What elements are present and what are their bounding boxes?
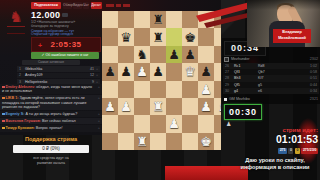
square-b8 bbox=[118, 11, 134, 28]
subscribe-button[interactable]: Подписаться bbox=[31, 2, 61, 9]
square-e5 bbox=[166, 63, 182, 80]
top-strip-mark bbox=[106, 4, 114, 7]
square-e8 bbox=[166, 11, 182, 28]
stats-badges: 27500275/23/0 bbox=[240, 148, 318, 154]
square-b6 bbox=[118, 46, 134, 63]
square-e3 bbox=[166, 98, 182, 115]
square-c8 bbox=[134, 11, 150, 28]
chat-action-icon[interactable]: + bbox=[98, 112, 100, 116]
chat-message: Тимур Кузьмин: Вопрос пропал!+ bbox=[0, 125, 102, 131]
white-pawn: ♟ bbox=[120, 100, 132, 113]
subscribers-icon bbox=[62, 13, 68, 17]
square-g1: ♚ bbox=[198, 133, 214, 150]
donate-tab[interactable]: Донат bbox=[91, 2, 102, 9]
square-c5: ♟ bbox=[134, 63, 150, 80]
leaderboard-title: Самые активные bbox=[22, 60, 80, 65]
chat-nick: Evgeniy S: bbox=[6, 112, 26, 116]
square-c3 bbox=[134, 98, 150, 115]
donation-title: Поддержка стрима bbox=[0, 136, 102, 142]
plus-icon[interactable]: + bbox=[96, 67, 98, 71]
plus-icon[interactable]: + bbox=[96, 73, 98, 77]
square-b5: ♟ bbox=[118, 63, 134, 80]
move-list: 26Rc1Rd81:0227Qf3Qb70:5828Bh3Kf70:5129Qf… bbox=[223, 63, 319, 95]
top-strip-mark bbox=[123, 4, 130, 7]
black-king: ♚ bbox=[184, 31, 196, 44]
webcam-shade bbox=[247, 0, 320, 10]
square-b3: ♟ bbox=[118, 98, 134, 115]
square-e2: ♟ bbox=[166, 115, 182, 132]
square-f7: ♚ bbox=[182, 28, 198, 45]
tab-videos[interactable]: Видео bbox=[73, 2, 82, 9]
square-g7 bbox=[198, 28, 214, 45]
black-pawn: ♟ bbox=[200, 65, 212, 78]
stream-status-label: стрим идет: bbox=[240, 127, 318, 133]
white-side-icon bbox=[224, 98, 227, 101]
chat-text: Вопрос пропал! bbox=[36, 126, 63, 130]
red-plus-icon: + bbox=[38, 42, 42, 49]
square-g6 bbox=[198, 46, 214, 63]
square-c1: ♜ bbox=[134, 133, 150, 150]
chess-board[interactable]: ♜♛♜♚♞♟♟♟♟♟♟♛♟♟♟♟♜♟♝♟♜♚ bbox=[102, 11, 230, 150]
webcam-feed: Владимир Михайловский bbox=[247, 0, 320, 47]
white-rook: ♜ bbox=[136, 135, 148, 148]
chat-message: Вячеслав Глушков: Вот сейчас побегал+ bbox=[0, 118, 102, 124]
tab-chat[interactable]: Чат bbox=[83, 2, 89, 9]
square-f6: ♟ bbox=[182, 46, 198, 63]
white-pawn: ♟ bbox=[168, 117, 180, 130]
player-name: GM Mezhibo bbox=[229, 97, 250, 102]
black-side-icon bbox=[224, 57, 229, 62]
square-f8 bbox=[182, 11, 198, 28]
white-pawn: ♟ bbox=[104, 100, 116, 113]
chat-nick: Вячеслав Глушков: bbox=[6, 119, 43, 123]
square-d1 bbox=[150, 133, 166, 150]
square-g2 bbox=[198, 115, 214, 132]
square-g5: ♟ bbox=[198, 63, 214, 80]
chat-action-icon[interactable]: + bbox=[98, 119, 100, 123]
chat-nick: Тимур Кузьмин: bbox=[6, 126, 36, 130]
chat-badge-icon bbox=[2, 120, 5, 123]
square-a7 bbox=[102, 28, 118, 45]
square-a1 bbox=[102, 133, 118, 150]
square-b2 bbox=[118, 115, 134, 132]
leaderboard-row: 1Glebushka41+ bbox=[17, 66, 100, 72]
white-queen: ♛ bbox=[184, 65, 196, 78]
white-pawn: ♟ bbox=[200, 83, 212, 96]
donation-progress-bar[interactable]: 0 ₽ (0%) bbox=[13, 145, 89, 153]
stat-badge: 275 bbox=[278, 148, 287, 154]
square-f3 bbox=[182, 98, 198, 115]
square-d3: ♜ bbox=[150, 98, 166, 115]
square-f1 bbox=[182, 133, 198, 150]
square-f4 bbox=[182, 81, 198, 98]
square-a3: ♟ bbox=[102, 98, 118, 115]
square-c7 bbox=[134, 28, 150, 45]
stream-screenshot: ♜♛♜♚♞♟♟♟♟♟♟♛♟♟♟♟♜♟♝♟♜♚ ♞ Подписаться Обз… bbox=[0, 0, 320, 180]
chat-action-icon[interactable]: + bbox=[98, 96, 100, 100]
chat-badge-icon bbox=[2, 127, 5, 130]
square-g4: ♟ bbox=[198, 81, 214, 98]
chat-badge-icon bbox=[2, 86, 5, 89]
streamer-name-badge: Владимир Михайловский bbox=[273, 29, 311, 43]
donation-note: все средства идут на bbox=[2, 156, 100, 160]
chat-badge-icon bbox=[2, 113, 5, 116]
stat-badge: 0 bbox=[295, 148, 300, 154]
chat-badge-icon bbox=[2, 97, 5, 100]
square-d6 bbox=[150, 46, 166, 63]
square-b7: ♛ bbox=[118, 28, 134, 45]
opponent-row: Mezhunder 2302 bbox=[224, 57, 318, 62]
square-a2 bbox=[102, 115, 118, 132]
white-king: ♚ bbox=[200, 135, 212, 148]
square-e1 bbox=[166, 133, 182, 150]
stat-badge: 275/23/0 bbox=[301, 148, 318, 154]
black-pawn: ♟ bbox=[168, 48, 180, 61]
channel-logo-text bbox=[7, 26, 25, 34]
chat-action-icon[interactable]: + bbox=[98, 85, 100, 89]
green-banner: ✓ Об ошибках пишите в чат bbox=[31, 52, 99, 59]
player-row: GM Mezhibo 2321 bbox=[224, 97, 318, 102]
square-e7 bbox=[166, 28, 182, 45]
square-b1 bbox=[118, 133, 134, 150]
black-pawn: ♟ bbox=[120, 65, 132, 78]
promo-line: информация в описании bbox=[232, 164, 318, 171]
opponent-rating: 2302 bbox=[310, 57, 318, 62]
square-c2 bbox=[134, 115, 150, 132]
white-pawn: ♟ bbox=[200, 100, 212, 113]
player-rating: 2321 bbox=[310, 97, 318, 102]
chat-text: А ты до конца играть будешь? bbox=[25, 112, 77, 116]
countdown-timer: 2:05:35 bbox=[50, 40, 81, 49]
square-e4 bbox=[166, 81, 182, 98]
square-d7: ♜ bbox=[150, 28, 166, 45]
opponent-name: Mezhunder bbox=[231, 57, 249, 62]
square-f5: ♛ bbox=[182, 63, 198, 80]
square-b4 bbox=[118, 81, 134, 98]
chat-message: Dmitry Alekseev: обедал, когда такое мен… bbox=[0, 84, 102, 94]
black-rook: ♜ bbox=[152, 31, 164, 44]
leaderboard-row: 2Andrey10912+ bbox=[17, 73, 100, 79]
promo-text: Даю уроки по скайпу, информация в описан… bbox=[232, 157, 318, 171]
subscribers-count: 12.000 bbox=[31, 10, 60, 20]
square-e6: ♟ bbox=[166, 46, 182, 63]
move-row: 30g4e60:34 bbox=[223, 88, 319, 94]
square-a6 bbox=[102, 46, 118, 63]
donation-note: развитие канала bbox=[2, 161, 100, 165]
square-g3: ♟ bbox=[198, 98, 214, 115]
chat-list: Dmitry Alekseev: обедал, когда такое мен… bbox=[0, 84, 102, 133]
streamer-last-name: Михайловский bbox=[273, 36, 311, 42]
black-pawn: ♟ bbox=[152, 65, 164, 78]
black-pawn: ♟ bbox=[184, 48, 196, 61]
square-a8 bbox=[102, 11, 118, 28]
black-pawn: ♟ bbox=[104, 65, 116, 78]
square-d8: ♜ bbox=[150, 11, 166, 28]
stat-badge: 0 bbox=[288, 148, 293, 154]
square-c6: ♞ bbox=[134, 46, 150, 63]
white-rook: ♜ bbox=[152, 100, 164, 113]
black-knight: ♞ bbox=[136, 48, 148, 61]
chat-message: Evgeniy S: А ты до конца играть будешь?+ bbox=[0, 111, 102, 117]
captured-pawn-icon: ♟ bbox=[226, 120, 231, 127]
chat-action-icon[interactable]: + bbox=[98, 126, 100, 130]
leaderboard: 1Glebushka41+2Andrey10912+3Hellopetrenko… bbox=[17, 66, 100, 86]
square-c4 bbox=[134, 81, 150, 98]
black-rook: ♜ bbox=[152, 13, 164, 26]
tab-overview[interactable]: Обзор bbox=[63, 2, 72, 9]
chat-message: LIKB 1: Здравствуйте, хотел спросить ест… bbox=[0, 95, 102, 110]
black-queen: ♛ bbox=[120, 31, 132, 44]
square-d2 bbox=[150, 115, 166, 132]
stream-elapsed-time: 01:01:53 bbox=[240, 133, 318, 145]
player-clock-active: 00:30 bbox=[224, 104, 262, 120]
top-strip-mark bbox=[116, 4, 121, 7]
white-pawn: ♟ bbox=[136, 65, 148, 78]
square-d4 bbox=[150, 81, 166, 98]
square-a5: ♟ bbox=[102, 63, 118, 80]
square-f2 bbox=[182, 115, 198, 132]
square-a4 bbox=[102, 81, 118, 98]
chat-text: Вот сейчас побегал bbox=[42, 119, 76, 123]
channel-panel: ♞ Подписаться Обзор Видео Чат Донат 12.0… bbox=[0, 0, 102, 135]
square-d5: ♟ bbox=[150, 63, 166, 80]
